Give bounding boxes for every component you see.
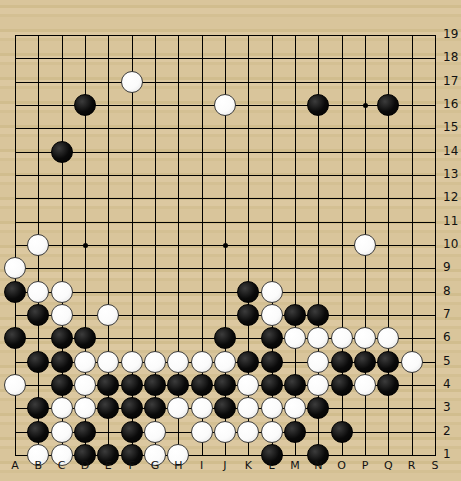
column-label-S: S [425, 459, 445, 472]
hoshi-point [223, 243, 228, 248]
column-label-K: K [238, 459, 258, 472]
white-stone-I5 [191, 351, 213, 373]
row-label-10: 10 [443, 237, 461, 251]
black-stone-O4 [331, 374, 353, 396]
column-label-C: C [52, 459, 72, 472]
black-stone-K8 [237, 281, 259, 303]
go-board: ABCDEFGHIJKLMNOPQRS191817161514131211109… [0, 0, 461, 481]
white-stone-E5 [97, 351, 119, 373]
row-label-5: 5 [443, 354, 461, 368]
black-stone-I4 [191, 374, 213, 396]
column-label-D: D [75, 459, 95, 472]
row-label-2: 2 [443, 424, 461, 438]
column-label-I: I [192, 459, 212, 472]
black-stone-C4 [51, 374, 73, 396]
black-stone-Q5 [377, 351, 399, 373]
black-stone-J4 [214, 374, 236, 396]
row-label-18: 18 [443, 50, 461, 64]
black-stone-C6 [51, 327, 73, 349]
white-stone-G2 [144, 421, 166, 443]
column-label-E: E [98, 459, 118, 472]
black-stone-O5 [331, 351, 353, 373]
black-stone-K5 [237, 351, 259, 373]
white-stone-J16 [214, 94, 236, 116]
row-label-7: 7 [443, 307, 461, 321]
white-stone-K2 [237, 421, 259, 443]
black-stone-D16 [74, 94, 96, 116]
white-stone-C7 [51, 304, 73, 326]
black-stone-L4 [261, 374, 283, 396]
white-stone-P10 [354, 234, 376, 256]
column-label-G: G [145, 459, 165, 472]
row-label-13: 13 [443, 167, 461, 181]
white-stone-C3 [51, 397, 73, 419]
black-stone-G4 [144, 374, 166, 396]
black-stone-P5 [354, 351, 376, 373]
white-stone-F17 [121, 71, 143, 93]
row-label-6: 6 [443, 330, 461, 344]
black-stone-M2 [284, 421, 306, 443]
white-stone-B8 [27, 281, 49, 303]
black-stone-B2 [27, 421, 49, 443]
white-stone-D5 [74, 351, 96, 373]
white-stone-C8 [51, 281, 73, 303]
white-stone-J2 [214, 421, 236, 443]
column-label-N: N [308, 459, 328, 472]
column-label-R: R [402, 459, 422, 472]
white-stone-F5 [121, 351, 143, 373]
white-stone-D4 [74, 374, 96, 396]
white-stone-L8 [261, 281, 283, 303]
column-label-M: M [285, 459, 305, 472]
white-stone-L7 [261, 304, 283, 326]
white-stone-R5 [401, 351, 423, 373]
row-label-3: 3 [443, 400, 461, 414]
row-label-1: 1 [443, 447, 461, 461]
white-stone-J5 [214, 351, 236, 373]
black-stone-D2 [74, 421, 96, 443]
hoshi-point [363, 103, 368, 108]
black-stone-C5 [51, 351, 73, 373]
black-stone-C14 [51, 141, 73, 163]
white-stone-P4 [354, 374, 376, 396]
white-stone-H5 [167, 351, 189, 373]
white-stone-C2 [51, 421, 73, 443]
black-stone-F3 [121, 397, 143, 419]
white-stone-L3 [261, 397, 283, 419]
column-label-B: B [28, 459, 48, 472]
row-label-12: 12 [443, 190, 461, 204]
black-stone-L6 [261, 327, 283, 349]
row-label-14: 14 [443, 144, 461, 158]
column-label-P: P [355, 459, 375, 472]
row-label-9: 9 [443, 260, 461, 274]
row-label-16: 16 [443, 97, 461, 111]
white-stone-G5 [144, 351, 166, 373]
column-label-A: A [5, 459, 25, 472]
white-stone-L2 [261, 421, 283, 443]
hoshi-point [83, 243, 88, 248]
column-label-F: F [122, 459, 142, 472]
white-stone-O6 [331, 327, 353, 349]
column-label-L: L [262, 459, 282, 472]
black-stone-F2 [121, 421, 143, 443]
column-label-J: J [215, 459, 235, 472]
white-stone-A4 [4, 374, 26, 396]
black-stone-O2 [331, 421, 353, 443]
black-stone-A8 [4, 281, 26, 303]
row-label-11: 11 [443, 214, 461, 228]
white-stone-N5 [307, 351, 329, 373]
row-label-17: 17 [443, 74, 461, 88]
row-label-19: 19 [443, 27, 461, 41]
column-label-O: O [332, 459, 352, 472]
black-stone-M7 [284, 304, 306, 326]
row-label-4: 4 [443, 377, 461, 391]
black-stone-L5 [261, 351, 283, 373]
black-stone-B5 [27, 351, 49, 373]
white-stone-I3 [191, 397, 213, 419]
black-stone-F4 [121, 374, 143, 396]
column-label-Q: Q [378, 459, 398, 472]
white-stone-I2 [191, 421, 213, 443]
row-label-15: 15 [443, 120, 461, 134]
row-label-8: 8 [443, 284, 461, 298]
black-stone-M4 [284, 374, 306, 396]
column-label-H: H [168, 459, 188, 472]
